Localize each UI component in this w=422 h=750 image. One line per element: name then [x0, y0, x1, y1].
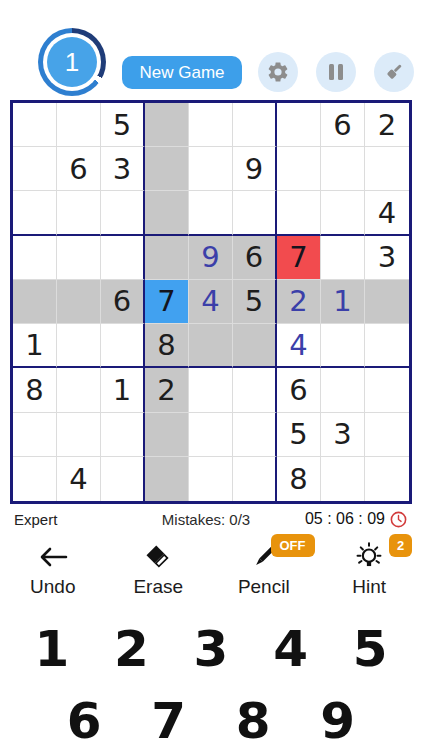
cell-r7c7[interactable]: 6 [277, 368, 321, 412]
cell-r1c7[interactable] [277, 103, 321, 147]
cell-r2c6[interactable]: 9 [233, 147, 277, 191]
cell-r4c9[interactable]: 3 [365, 236, 409, 280]
cell-r3c9[interactable]: 4 [365, 191, 409, 235]
cell-r6c5[interactable] [189, 324, 233, 368]
hint-label: Hint [352, 576, 386, 598]
cell-r2c9[interactable] [365, 147, 409, 191]
hint-count-badge: 2 [389, 534, 412, 557]
numpad-2[interactable]: 2 [92, 614, 172, 684]
cell-r1c3[interactable]: 5 [101, 103, 145, 147]
settings-button[interactable] [258, 52, 298, 92]
cell-r6c9[interactable] [365, 324, 409, 368]
cell-r8c4[interactable] [145, 413, 189, 457]
cell-r2c5[interactable] [189, 147, 233, 191]
erase-button[interactable]: Erase [106, 540, 212, 606]
pause-button[interactable] [316, 52, 356, 92]
cell-r3c7[interactable] [277, 191, 321, 235]
cell-r2c3[interactable]: 3 [101, 147, 145, 191]
cell-r1c6[interactable] [233, 103, 277, 147]
cell-r7c4[interactable]: 2 [145, 368, 189, 412]
cell-r9c8[interactable] [321, 457, 365, 501]
status-bar: Expert Mistakes: 0/3 05 : 06 : 09 [0, 504, 422, 534]
cell-r1c8[interactable]: 6 [321, 103, 365, 147]
cell-r3c2[interactable] [57, 191, 101, 235]
eraser-icon [143, 540, 173, 574]
cell-r1c1[interactable] [13, 103, 57, 147]
cell-r5c2[interactable] [57, 280, 101, 324]
cell-r2c8[interactable] [321, 147, 365, 191]
cell-r8c7[interactable]: 5 [277, 413, 321, 457]
cell-r8c8[interactable]: 3 [321, 413, 365, 457]
cell-r3c4[interactable] [145, 191, 189, 235]
cell-r8c3[interactable] [101, 413, 145, 457]
cell-r1c4[interactable] [145, 103, 189, 147]
cell-r3c8[interactable] [321, 191, 365, 235]
cell-r9c5[interactable] [189, 457, 233, 501]
cell-r6c6[interactable] [233, 324, 277, 368]
pencil-off-badge: OFF [271, 534, 315, 557]
cell-r6c3[interactable] [101, 324, 145, 368]
top-bar: 1 New Game [0, 0, 422, 100]
toolbar: Undo Erase Pencil OFF [0, 540, 422, 606]
erase-label: Erase [133, 576, 183, 598]
cell-r4c2[interactable] [57, 236, 101, 280]
gear-icon [266, 60, 290, 84]
cell-r7c1[interactable]: 8 [13, 368, 57, 412]
difficulty-label: Expert [14, 511, 134, 528]
cell-r3c5[interactable] [189, 191, 233, 235]
cell-r9c3[interactable] [101, 457, 145, 501]
level-badge: 1 [47, 37, 97, 87]
timer-value: 05 : 06 : 09 [305, 510, 385, 528]
cell-r8c9[interactable] [365, 413, 409, 457]
cell-r2c2[interactable]: 6 [57, 147, 101, 191]
numpad-3[interactable]: 3 [171, 614, 251, 684]
cell-r1c9[interactable]: 2 [365, 103, 409, 147]
cell-r3c1[interactable] [13, 191, 57, 235]
cell-r5c1[interactable] [13, 280, 57, 324]
cell-r5c5[interactable]: 4 [189, 280, 233, 324]
cell-r9c2[interactable]: 4 [57, 457, 101, 501]
pause-icon [329, 64, 343, 80]
cell-r2c4[interactable] [145, 147, 189, 191]
mistakes-counter: Mistakes: 0/3 [134, 511, 278, 528]
cell-r5c7[interactable]: 2 [277, 280, 321, 324]
cell-r6c8[interactable] [321, 324, 365, 368]
cell-r4c7[interactable]: 7 [277, 236, 321, 280]
numpad-row-2: 6789 [42, 686, 380, 750]
cell-r1c2[interactable] [57, 103, 101, 147]
cell-r6c2[interactable] [57, 324, 101, 368]
undo-label: Undo [30, 576, 75, 598]
numpad-5[interactable]: 5 [330, 614, 410, 684]
cell-r7c9[interactable] [365, 368, 409, 412]
clock-icon [389, 510, 408, 529]
cell-r4c3[interactable] [101, 236, 145, 280]
level-progress-ring: 1 [38, 28, 106, 96]
cell-r5c6[interactable]: 5 [233, 280, 277, 324]
cell-r4c5[interactable]: 9 [189, 236, 233, 280]
cell-r1c5[interactable] [189, 103, 233, 147]
numpad-9[interactable]: 9 [296, 686, 381, 750]
cell-r4c6[interactable]: 6 [233, 236, 277, 280]
timer: 05 : 06 : 09 [278, 510, 408, 529]
numpad-6[interactable]: 6 [42, 686, 127, 750]
cell-r5c4[interactable]: 7 [145, 280, 189, 324]
cell-r8c1[interactable] [13, 413, 57, 457]
cell-r6c1[interactable]: 1 [13, 324, 57, 368]
number-pad: 12345 6789 [0, 614, 422, 750]
cell-r9c6[interactable] [233, 457, 277, 501]
cell-r9c9[interactable] [365, 457, 409, 501]
cell-r9c7[interactable]: 8 [277, 457, 321, 501]
new-game-button[interactable]: New Game [122, 56, 242, 89]
cell-r4c4[interactable] [145, 236, 189, 280]
theme-button[interactable] [374, 52, 414, 92]
cell-r7c5[interactable] [189, 368, 233, 412]
paintbrush-icon [382, 60, 406, 84]
cell-r4c8[interactable] [321, 236, 365, 280]
pencil-button[interactable]: Pencil OFF [211, 540, 317, 606]
cell-r5c3[interactable]: 6 [101, 280, 145, 324]
cell-r4c1[interactable] [13, 236, 57, 280]
cell-r5c8[interactable]: 1 [321, 280, 365, 324]
cell-r2c1[interactable] [13, 147, 57, 191]
numpad-row-1: 12345 [0, 614, 422, 684]
cell-r7c3[interactable]: 1 [101, 368, 145, 412]
numpad-4[interactable]: 4 [251, 614, 331, 684]
cell-r8c6[interactable] [233, 413, 277, 457]
cell-r7c2[interactable] [57, 368, 101, 412]
sudoku-board: 5626394967367452118481265348 [10, 100, 412, 504]
cell-r2c7[interactable] [277, 147, 321, 191]
cell-r8c2[interactable] [57, 413, 101, 457]
cell-r7c6[interactable] [233, 368, 277, 412]
cell-r3c6[interactable] [233, 191, 277, 235]
numpad-1[interactable]: 1 [12, 614, 92, 684]
lightbulb-icon [353, 540, 385, 574]
cell-r6c4[interactable]: 8 [145, 324, 189, 368]
cell-r8c5[interactable] [189, 413, 233, 457]
hint-button[interactable]: Hint 2 [317, 540, 422, 606]
cell-r3c3[interactable] [101, 191, 145, 235]
cell-r6c7[interactable]: 4 [277, 324, 321, 368]
numpad-8[interactable]: 8 [211, 686, 296, 750]
undo-arrow-icon [37, 540, 69, 574]
undo-button[interactable]: Undo [0, 540, 106, 606]
pencil-label: Pencil [238, 576, 290, 598]
cell-r9c1[interactable] [13, 457, 57, 501]
cell-r5c9[interactable] [365, 280, 409, 324]
sudoku-app: 1 New Game 5626394967367452118481265348 … [0, 0, 422, 750]
cell-r7c8[interactable] [321, 368, 365, 412]
numpad-7[interactable]: 7 [127, 686, 212, 750]
cell-r9c4[interactable] [145, 457, 189, 501]
